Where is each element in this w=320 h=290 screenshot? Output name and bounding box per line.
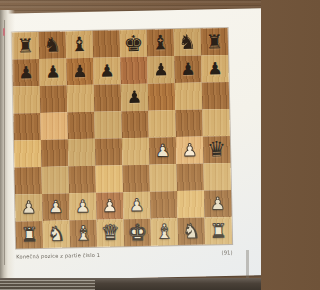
square-f3 bbox=[149, 164, 177, 192]
square-e3 bbox=[122, 165, 150, 193]
white-pawn: ♟ bbox=[129, 192, 145, 219]
square-d1: ♛ bbox=[97, 219, 125, 247]
square-b4 bbox=[41, 139, 69, 167]
chess-board: ♜♞♝♚♝♞♜♟♟♟♟♟♟♟♟♟♟♛♟♟♟♟♟♟♜♞♝♛♚♝♞♜ bbox=[12, 28, 232, 248]
square-c5 bbox=[67, 112, 95, 140]
square-d5 bbox=[94, 111, 122, 139]
square-a2: ♟ bbox=[15, 194, 43, 222]
square-h4: ♛ bbox=[203, 136, 231, 164]
square-e4 bbox=[122, 138, 150, 166]
black-rook: ♜ bbox=[206, 28, 224, 55]
square-f7: ♟ bbox=[147, 56, 175, 84]
square-d7: ♟ bbox=[93, 57, 121, 85]
white-pawn: ♟ bbox=[75, 193, 91, 220]
square-c4 bbox=[68, 139, 96, 167]
square-b1: ♞ bbox=[43, 220, 71, 248]
square-d8 bbox=[93, 30, 121, 58]
black-pawn: ♟ bbox=[127, 84, 143, 111]
square-b8: ♞ bbox=[39, 31, 67, 59]
square-h2: ♟ bbox=[204, 190, 232, 218]
square-f1: ♝ bbox=[151, 218, 179, 246]
square-g5 bbox=[175, 110, 203, 138]
white-rook: ♜ bbox=[21, 221, 39, 248]
stacked-page-edges bbox=[0, 280, 95, 290]
square-d3 bbox=[95, 165, 123, 193]
square-d6 bbox=[94, 84, 122, 112]
square-a8: ♜ bbox=[12, 32, 40, 60]
book-photo: { "game": "chess", "position": { "fen": … bbox=[0, 0, 261, 290]
square-c6 bbox=[67, 85, 95, 113]
book-spine-margin bbox=[0, 10, 15, 278]
black-pawn: ♟ bbox=[45, 59, 61, 86]
square-e1: ♚ bbox=[124, 219, 152, 247]
square-e6: ♟ bbox=[121, 84, 149, 112]
square-c1: ♝ bbox=[70, 220, 98, 248]
caption-row: Konečná pozice z partie číslo 1 (91) bbox=[16, 249, 232, 261]
square-c8: ♝ bbox=[66, 31, 94, 59]
black-pawn: ♟ bbox=[72, 58, 88, 85]
square-e5 bbox=[121, 111, 149, 139]
square-h1: ♜ bbox=[205, 217, 233, 245]
page-number: (91) bbox=[221, 249, 232, 256]
square-a4 bbox=[14, 140, 42, 168]
book-page: ♜♞♝♚♝♞♜♟♟♟♟♟♟♟♟♟♟♛♟♟♟♟♟♟♜♞♝♛♚♝♞♜ Konečná… bbox=[0, 8, 261, 281]
square-h8: ♜ bbox=[201, 28, 229, 56]
square-f5 bbox=[148, 110, 176, 138]
black-knight: ♞ bbox=[178, 29, 196, 56]
white-pawn: ♟ bbox=[210, 190, 226, 217]
white-rook: ♜ bbox=[210, 217, 228, 244]
square-g3 bbox=[176, 164, 204, 192]
white-knight: ♞ bbox=[182, 218, 200, 245]
black-pawn: ♟ bbox=[207, 55, 223, 82]
white-bishop: ♝ bbox=[155, 218, 173, 245]
square-b2: ♟ bbox=[42, 193, 70, 221]
square-d2: ♟ bbox=[96, 192, 124, 220]
white-pawn: ♟ bbox=[48, 193, 64, 220]
square-c3 bbox=[68, 166, 96, 194]
square-h7: ♟ bbox=[201, 55, 229, 83]
square-e7 bbox=[120, 57, 148, 85]
square-f4: ♟ bbox=[149, 137, 177, 165]
square-b3 bbox=[41, 166, 69, 194]
square-f8: ♝ bbox=[147, 29, 175, 57]
black-pawn: ♟ bbox=[180, 56, 196, 83]
white-knight: ♞ bbox=[47, 220, 65, 247]
square-b7: ♟ bbox=[39, 58, 67, 86]
square-a5 bbox=[13, 113, 41, 141]
square-c2: ♟ bbox=[69, 193, 97, 221]
black-pawn: ♟ bbox=[153, 56, 169, 83]
page-right-edge bbox=[246, 250, 249, 278]
square-f6 bbox=[148, 83, 176, 111]
black-king: ♚ bbox=[123, 30, 143, 57]
square-d4 bbox=[95, 138, 123, 166]
white-bishop: ♝ bbox=[74, 220, 92, 247]
square-g7: ♟ bbox=[174, 56, 202, 84]
black-pawn: ♟ bbox=[18, 59, 34, 86]
square-a6 bbox=[13, 86, 41, 114]
square-h3 bbox=[203, 163, 231, 191]
square-g4: ♟ bbox=[176, 137, 204, 165]
square-e2: ♟ bbox=[123, 192, 151, 220]
square-h6 bbox=[202, 82, 230, 110]
square-b5 bbox=[40, 112, 68, 140]
diagram-caption: Konečná pozice z partie číslo 1 bbox=[16, 252, 100, 260]
square-g1: ♞ bbox=[178, 218, 206, 246]
square-a7: ♟ bbox=[12, 59, 40, 87]
spine-crease-line bbox=[4, 20, 5, 265]
square-b6 bbox=[40, 85, 68, 113]
black-bishop: ♝ bbox=[70, 31, 88, 58]
square-h5 bbox=[202, 109, 230, 137]
square-e8: ♚ bbox=[120, 30, 148, 58]
white-pawn: ♟ bbox=[155, 137, 171, 164]
page-edge-mark bbox=[3, 28, 5, 36]
white-pawn: ♟ bbox=[182, 137, 198, 164]
black-bishop: ♝ bbox=[151, 29, 169, 56]
white-queen: ♛ bbox=[101, 219, 120, 246]
square-f2 bbox=[150, 191, 178, 219]
white-pawn: ♟ bbox=[21, 194, 37, 221]
black-queen: ♛ bbox=[207, 136, 226, 163]
square-g6 bbox=[175, 83, 203, 111]
black-knight: ♞ bbox=[43, 31, 61, 58]
square-g8: ♞ bbox=[174, 29, 202, 57]
square-a1: ♜ bbox=[16, 221, 44, 249]
square-g2 bbox=[177, 191, 205, 219]
white-king: ♚ bbox=[127, 219, 147, 246]
black-rook: ♜ bbox=[17, 32, 35, 59]
white-pawn: ♟ bbox=[102, 192, 118, 219]
black-pawn: ♟ bbox=[99, 57, 115, 84]
square-c7: ♟ bbox=[66, 58, 94, 86]
square-a3 bbox=[14, 167, 42, 195]
